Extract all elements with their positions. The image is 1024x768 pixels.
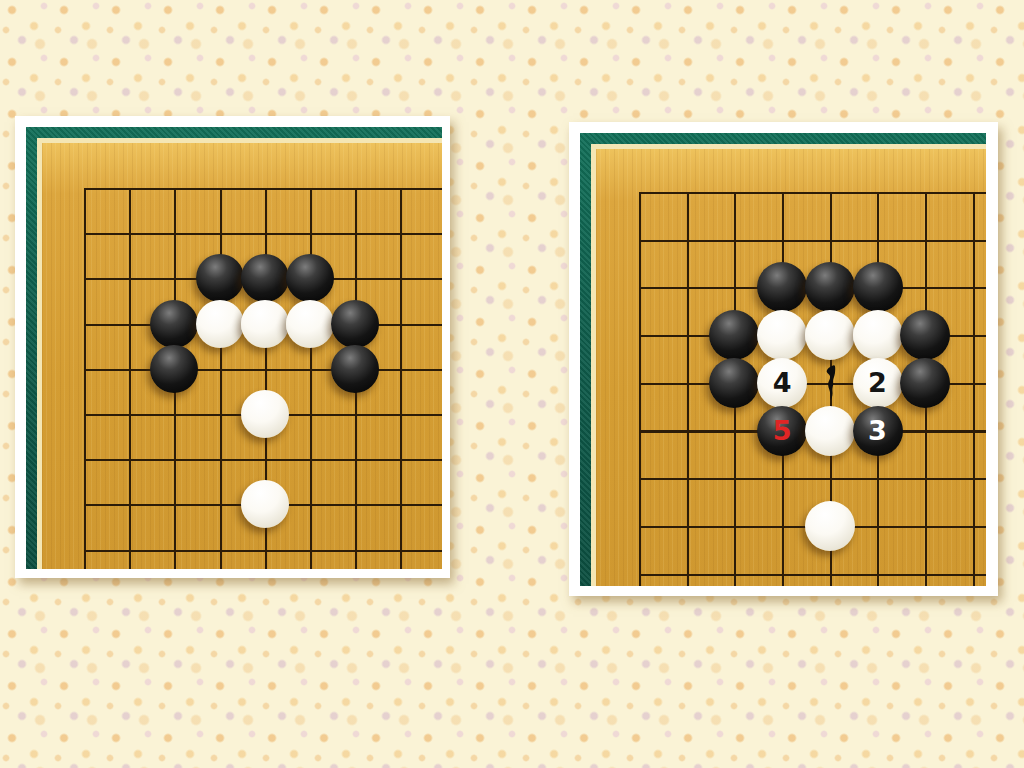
black-stone	[331, 300, 379, 348]
move-number-label: 2	[868, 369, 887, 396]
move-number-label: 3	[868, 417, 887, 444]
white-stone	[241, 480, 289, 528]
problem-board-card	[15, 116, 450, 578]
black-stone	[241, 254, 289, 302]
black-stone-move-5: 5	[757, 406, 807, 456]
white-stone	[805, 501, 855, 551]
black-stone	[196, 254, 244, 302]
white-stone	[241, 300, 289, 348]
white-stone	[805, 406, 855, 456]
white-stone	[853, 310, 903, 360]
black-stone	[900, 358, 950, 408]
black-stone	[331, 345, 379, 393]
problem-board-wood-surface	[37, 138, 442, 569]
move-number-label: 4	[773, 369, 792, 396]
white-stone	[241, 390, 289, 438]
black-stone-move-3: 3	[853, 406, 903, 456]
black-stone	[150, 300, 198, 348]
move-number-label: 5	[773, 417, 792, 444]
white-stone-move-2: 2	[853, 358, 903, 408]
black-stone	[150, 345, 198, 393]
black-stone	[805, 262, 855, 312]
black-stone	[853, 262, 903, 312]
answer-board-card: 4253	[569, 122, 998, 596]
brush-numeral-1-mark	[821, 364, 838, 404]
white-stone	[805, 310, 855, 360]
white-stone	[286, 300, 334, 348]
white-stone-move-4: 4	[757, 358, 807, 408]
white-stone	[196, 300, 244, 348]
black-stone	[900, 310, 950, 360]
white-stone	[757, 310, 807, 360]
black-stone	[709, 358, 759, 408]
floral-wallpaper-background: 4253	[0, 0, 1024, 768]
